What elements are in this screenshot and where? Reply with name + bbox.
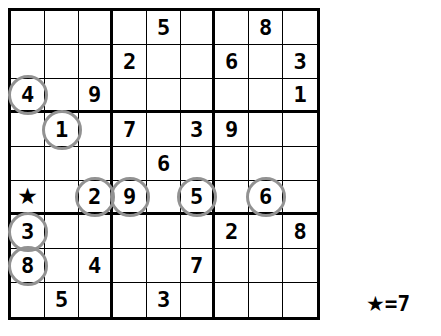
cell-r2c7[interactable]: 6 [215, 45, 249, 79]
cell-r9c9[interactable] [283, 283, 317, 317]
cell-r5c6[interactable] [181, 147, 215, 181]
cell-r1c1[interactable] [11, 11, 45, 45]
digit: 3 [190, 119, 203, 141]
cell-r8c2[interactable] [45, 249, 79, 283]
sudoku-board: 5826349117396★295632884753 [8, 8, 320, 320]
cell-r2c5[interactable] [147, 45, 181, 79]
cell-r8c9[interactable] [283, 249, 317, 283]
cell-r3c9[interactable]: 1 [283, 79, 317, 113]
cell-r7c4[interactable] [113, 215, 147, 249]
cell-r7c6[interactable] [181, 215, 215, 249]
cell-r8c5[interactable] [147, 249, 181, 283]
cell-r3c3[interactable]: 9 [79, 79, 113, 113]
digit: 2 [88, 186, 101, 208]
cell-r4c2[interactable]: 1 [45, 113, 79, 147]
cell-r6c6[interactable]: 5 [181, 181, 215, 215]
cell-r1c8[interactable]: 8 [249, 11, 283, 45]
cell-r2c2[interactable] [45, 45, 79, 79]
cell-r9c5[interactable]: 3 [147, 283, 181, 317]
cell-r7c3[interactable] [79, 215, 113, 249]
cell-r3c4[interactable] [113, 79, 147, 113]
cell-r4c7[interactable]: 9 [215, 113, 249, 147]
cell-r6c9[interactable] [283, 181, 317, 215]
digit: 3 [21, 221, 34, 243]
digit: 1 [55, 119, 68, 141]
cell-r6c1[interactable]: ★ [11, 181, 45, 215]
cell-r1c6[interactable] [181, 11, 215, 45]
digit: 8 [259, 17, 272, 39]
cell-r5c7[interactable] [215, 147, 249, 181]
digit: 7 [123, 119, 136, 141]
cell-r7c7[interactable]: 2 [215, 215, 249, 249]
cell-r5c4[interactable] [113, 147, 147, 181]
cell-r4c4[interactable]: 7 [113, 113, 147, 147]
cell-r6c8[interactable]: 6 [249, 181, 283, 215]
cell-r2c4[interactable]: 2 [113, 45, 147, 79]
cell-r5c5[interactable]: 6 [147, 147, 181, 181]
cell-r3c7[interactable] [215, 79, 249, 113]
cell-r6c7[interactable] [215, 181, 249, 215]
cell-r9c4[interactable] [113, 283, 147, 317]
star-icon: ★ [366, 294, 385, 315]
digit: 7 [190, 255, 203, 277]
cell-r8c6[interactable]: 7 [181, 249, 215, 283]
cell-r5c1[interactable] [11, 147, 45, 181]
digit: 6 [225, 51, 238, 73]
cell-r6c5[interactable] [147, 181, 181, 215]
digit: 5 [55, 289, 68, 311]
cell-r9c2[interactable]: 5 [45, 283, 79, 317]
cell-r7c1[interactable]: 3 [11, 215, 45, 249]
cell-r3c5[interactable] [147, 79, 181, 113]
digit: 9 [225, 119, 238, 141]
cell-r9c8[interactable] [249, 283, 283, 317]
cell-r4c5[interactable] [147, 113, 181, 147]
digit: 4 [21, 84, 34, 106]
digit: 6 [157, 153, 170, 175]
cell-r8c3[interactable]: 4 [79, 249, 113, 283]
cell-r3c8[interactable] [249, 79, 283, 113]
cell-r6c3[interactable]: 2 [79, 181, 113, 215]
cell-r7c9[interactable]: 8 [283, 215, 317, 249]
cell-r2c9[interactable]: 3 [283, 45, 317, 79]
cell-r7c8[interactable] [249, 215, 283, 249]
cell-r5c9[interactable] [283, 147, 317, 181]
cell-r6c4[interactable]: 9 [113, 181, 147, 215]
cell-r1c3[interactable] [79, 11, 113, 45]
digit: 2 [123, 51, 136, 73]
cell-r4c1[interactable] [11, 113, 45, 147]
star-legend: ★=7 [366, 294, 410, 315]
cell-r1c4[interactable] [113, 11, 147, 45]
cell-r2c3[interactable] [79, 45, 113, 79]
digit: 2 [225, 221, 238, 243]
cell-r1c7[interactable] [215, 11, 249, 45]
cell-r8c1[interactable]: 8 [11, 249, 45, 283]
cell-r2c6[interactable] [181, 45, 215, 79]
cell-r4c3[interactable] [79, 113, 113, 147]
cell-r7c2[interactable] [45, 215, 79, 249]
cell-r9c6[interactable] [181, 283, 215, 317]
digit: 1 [293, 84, 306, 106]
cell-r2c1[interactable] [11, 45, 45, 79]
cell-r3c2[interactable] [45, 79, 79, 113]
cell-r5c8[interactable] [249, 147, 283, 181]
digit: 8 [293, 221, 306, 243]
cell-r8c7[interactable] [215, 249, 249, 283]
digit: 5 [190, 186, 203, 208]
cell-r9c3[interactable] [79, 283, 113, 317]
cell-r1c5[interactable]: 5 [147, 11, 181, 45]
cell-r4c8[interactable] [249, 113, 283, 147]
digit: 9 [88, 84, 101, 106]
cell-r8c8[interactable] [249, 249, 283, 283]
cell-r8c4[interactable] [113, 249, 147, 283]
digit: 3 [293, 51, 306, 73]
digit: 3 [157, 289, 170, 311]
cell-r9c1[interactable] [11, 283, 45, 317]
digit: 5 [157, 17, 170, 39]
cell-r4c6[interactable]: 3 [181, 113, 215, 147]
cell-r4c9[interactable] [283, 113, 317, 147]
cell-r7c5[interactable] [147, 215, 181, 249]
cell-r5c3[interactable] [79, 147, 113, 181]
cell-r1c9[interactable] [283, 11, 317, 45]
star-legend-text: =7 [385, 294, 410, 315]
cell-r3c6[interactable] [181, 79, 215, 113]
star-icon: ★ [17, 185, 38, 208]
digit: 9 [123, 186, 136, 208]
cell-r2c8[interactable] [249, 45, 283, 79]
digit: 8 [21, 255, 34, 277]
cell-r6c2[interactable] [45, 181, 79, 215]
cell-r5c2[interactable] [45, 147, 79, 181]
cell-r9c7[interactable] [215, 283, 249, 317]
digit: 4 [88, 255, 101, 277]
cell-r3c1[interactable]: 4 [11, 79, 45, 113]
digit: 6 [259, 186, 272, 208]
cell-r1c2[interactable] [45, 11, 79, 45]
